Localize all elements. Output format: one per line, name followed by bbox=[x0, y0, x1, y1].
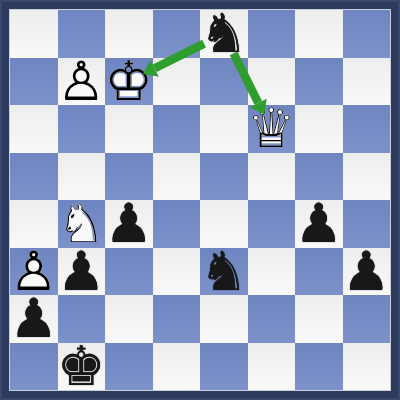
square-c4[interactable]: ♟ bbox=[105, 200, 153, 248]
square-c7[interactable]: ♚♔ bbox=[105, 58, 153, 106]
square-d2[interactable] bbox=[153, 295, 201, 343]
square-h8[interactable] bbox=[343, 10, 391, 58]
square-f5[interactable] bbox=[248, 153, 296, 201]
square-a7[interactable] bbox=[10, 58, 58, 106]
square-g8[interactable] bbox=[295, 10, 343, 58]
square-a8[interactable] bbox=[10, 10, 58, 58]
square-b7[interactable]: ♟♙ bbox=[58, 58, 106, 106]
black-king-piece[interactable]: ♚ bbox=[58, 343, 106, 391]
square-e3[interactable]: ♞ bbox=[200, 248, 248, 296]
square-f1[interactable] bbox=[248, 343, 296, 391]
black-piece-glyph: ♞ bbox=[200, 10, 248, 58]
white-piece-outline: ♕ bbox=[248, 105, 296, 153]
square-f8[interactable] bbox=[248, 10, 296, 58]
black-knight-piece[interactable]: ♞ bbox=[200, 248, 248, 296]
square-g6[interactable] bbox=[295, 105, 343, 153]
square-h5[interactable] bbox=[343, 153, 391, 201]
square-h6[interactable] bbox=[343, 105, 391, 153]
square-h3[interactable]: ♟ bbox=[343, 248, 391, 296]
square-c6[interactable] bbox=[105, 105, 153, 153]
square-g3[interactable] bbox=[295, 248, 343, 296]
square-b3[interactable]: ♟ bbox=[58, 248, 106, 296]
black-piece-glyph: ♟ bbox=[10, 295, 58, 343]
white-pawn-piece[interactable]: ♟♙ bbox=[58, 58, 106, 106]
black-pawn-piece[interactable]: ♟ bbox=[343, 248, 391, 296]
square-f2[interactable] bbox=[248, 295, 296, 343]
square-g1[interactable] bbox=[295, 343, 343, 391]
square-a6[interactable] bbox=[10, 105, 58, 153]
square-b6[interactable] bbox=[58, 105, 106, 153]
black-pawn-piece[interactable]: ♟ bbox=[105, 200, 153, 248]
square-e1[interactable] bbox=[200, 343, 248, 391]
square-c1[interactable] bbox=[105, 343, 153, 391]
black-piece-glyph: ♟ bbox=[343, 248, 391, 296]
square-e6[interactable] bbox=[200, 105, 248, 153]
square-a5[interactable] bbox=[10, 153, 58, 201]
square-d7[interactable] bbox=[153, 58, 201, 106]
square-c2[interactable] bbox=[105, 295, 153, 343]
square-g7[interactable] bbox=[295, 58, 343, 106]
square-d4[interactable] bbox=[153, 200, 201, 248]
square-b1[interactable]: ♚ bbox=[58, 343, 106, 391]
square-g2[interactable] bbox=[295, 295, 343, 343]
square-h7[interactable] bbox=[343, 58, 391, 106]
white-piece-outline: ♙ bbox=[58, 58, 106, 106]
square-h1[interactable] bbox=[343, 343, 391, 391]
square-d6[interactable] bbox=[153, 105, 201, 153]
white-king-piece[interactable]: ♚♔ bbox=[105, 58, 153, 106]
white-queen-piece[interactable]: ♛♕ bbox=[248, 105, 296, 153]
square-e7[interactable] bbox=[200, 58, 248, 106]
square-f4[interactable] bbox=[248, 200, 296, 248]
square-h2[interactable] bbox=[343, 295, 391, 343]
black-piece-glyph: ♟ bbox=[58, 248, 106, 296]
square-e2[interactable] bbox=[200, 295, 248, 343]
chess-board: ♞♟♙♚♔♛♕♞♘♟♟♟♙♟♞♟♟♚ bbox=[10, 10, 390, 390]
square-e5[interactable] bbox=[200, 153, 248, 201]
square-e8[interactable]: ♞ bbox=[200, 10, 248, 58]
black-piece-glyph: ♞ bbox=[200, 248, 248, 296]
black-piece-glyph: ♟ bbox=[105, 200, 153, 248]
white-piece-outline: ♔ bbox=[105, 58, 153, 106]
black-pawn-piece[interactable]: ♟ bbox=[295, 200, 343, 248]
square-g4[interactable]: ♟ bbox=[295, 200, 343, 248]
square-f6[interactable]: ♛♕ bbox=[248, 105, 296, 153]
square-d8[interactable] bbox=[153, 10, 201, 58]
square-d3[interactable] bbox=[153, 248, 201, 296]
square-a1[interactable] bbox=[10, 343, 58, 391]
square-a2[interactable]: ♟ bbox=[10, 295, 58, 343]
square-d5[interactable] bbox=[153, 153, 201, 201]
board-frame: ♞♟♙♚♔♛♕♞♘♟♟♟♙♟♞♟♟♚ bbox=[0, 0, 400, 400]
square-d1[interactable] bbox=[153, 343, 201, 391]
black-piece-glyph: ♟ bbox=[295, 200, 343, 248]
black-piece-glyph: ♚ bbox=[58, 343, 106, 391]
black-pawn-piece[interactable]: ♟ bbox=[58, 248, 106, 296]
black-pawn-piece[interactable]: ♟ bbox=[10, 295, 58, 343]
black-knight-piece[interactable]: ♞ bbox=[200, 10, 248, 58]
square-c3[interactable] bbox=[105, 248, 153, 296]
square-f3[interactable] bbox=[248, 248, 296, 296]
